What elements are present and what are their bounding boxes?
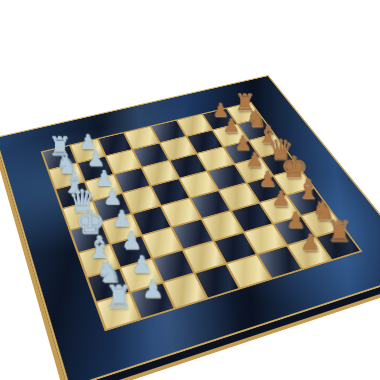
product-photo-scene [0, 0, 380, 380]
chess-board [0, 75, 380, 380]
perspective-stage [0, 0, 380, 380]
